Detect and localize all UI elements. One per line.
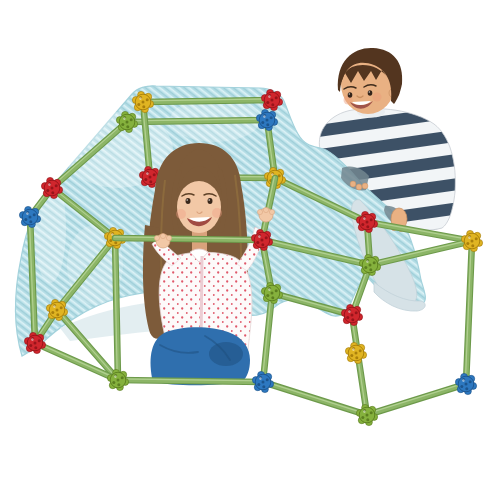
fort-rod (142, 99, 272, 102)
fort-rod (114, 237, 262, 240)
fort-rod (114, 237, 118, 380)
scene-illustration (0, 0, 500, 500)
product-photo-fort-kit (0, 0, 500, 500)
fort-rod (117, 379, 263, 382)
